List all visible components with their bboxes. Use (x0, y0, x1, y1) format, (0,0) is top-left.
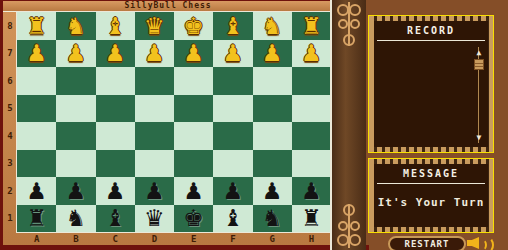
piece-h8-gold-rook[interactable]: ♜ (301, 13, 322, 39)
piece-c2-black-pawn[interactable]: ♟ (105, 178, 126, 204)
square-g3[interactable] (253, 150, 292, 178)
square-h6[interactable] (292, 67, 331, 95)
square-d6[interactable] (135, 67, 174, 95)
square-g8[interactable]: ♞ (253, 12, 292, 40)
square-e1[interactable]: ♚ (174, 205, 213, 233)
square-f8[interactable]: ♝ (213, 12, 252, 40)
message-title: MESSAGE (374, 164, 488, 179)
file-label-b: B (56, 232, 95, 245)
file-label-h: H (292, 232, 331, 245)
square-c7[interactable]: ♟ (96, 40, 135, 68)
square-b3[interactable] (56, 150, 95, 178)
record-title: RECORD (374, 21, 488, 36)
square-c4[interactable] (96, 122, 135, 150)
divider-strip (330, 0, 366, 250)
square-c1[interactable]: ♝ (96, 205, 135, 233)
square-f2[interactable]: ♟ (213, 177, 252, 205)
square-a4[interactable] (17, 122, 56, 150)
piece-g8-gold-knight[interactable]: ♞ (262, 13, 283, 39)
scrollbar-thumb[interactable] (474, 59, 484, 70)
square-c3[interactable] (96, 150, 135, 178)
piece-c8-gold-bishop[interactable]: ♝ (105, 13, 126, 39)
rank-label-3: 3 (3, 150, 17, 178)
piece-b7-gold-pawn[interactable]: ♟ (66, 40, 87, 66)
square-a2[interactable]: ♟ (17, 177, 56, 205)
piece-e1-black-king[interactable]: ♚ (183, 205, 204, 231)
rank-label-8: 8 (3, 12, 17, 40)
chess-board: ♜♞♝♛♚♝♞♜♟♟♟♟♟♟♟♟♟♟♟♟♟♟♟♟♜♞♝♛♚♝♞♜ (17, 12, 331, 232)
rank-label-5: 5 (3, 95, 17, 123)
piece-f1-black-bishop[interactable]: ♝ (223, 205, 244, 231)
square-h8[interactable]: ♜ (292, 12, 331, 40)
piece-d7-gold-pawn[interactable]: ♟ (144, 40, 165, 66)
piece-c1-black-bishop[interactable]: ♝ (105, 205, 126, 231)
piece-f7-gold-pawn[interactable]: ♟ (223, 40, 244, 66)
piece-g2-black-pawn[interactable]: ♟ (262, 178, 283, 204)
square-b6[interactable] (56, 67, 95, 95)
square-a6[interactable] (17, 67, 56, 95)
square-a5[interactable] (17, 95, 56, 123)
piece-d2-black-pawn[interactable]: ♟ (144, 178, 165, 204)
piece-a2-black-pawn[interactable]: ♟ (26, 178, 47, 204)
square-h4[interactable] (292, 122, 331, 150)
square-a3[interactable] (17, 150, 56, 178)
piece-a8-gold-rook[interactable]: ♜ (26, 13, 47, 39)
file-label-f: F (213, 232, 252, 245)
piece-h2-black-pawn[interactable]: ♟ (301, 178, 322, 204)
square-d5[interactable] (135, 95, 174, 123)
scroll-up-icon[interactable]: ▲ (473, 47, 485, 58)
square-h7[interactable]: ♟ (292, 40, 331, 68)
record-panel: RECORD ▲ ▼ (368, 15, 494, 153)
square-c8[interactable]: ♝ (96, 12, 135, 40)
file-label-d: D (135, 232, 174, 245)
rank-label-6: 6 (3, 67, 17, 95)
record-scrollbar[interactable]: ▲ ▼ (473, 47, 485, 143)
square-b7[interactable]: ♟ (56, 40, 95, 68)
square-f5[interactable] (213, 95, 252, 123)
square-c5[interactable] (96, 95, 135, 123)
piece-g1-black-knight[interactable]: ♞ (262, 205, 283, 231)
board-section: SillyBull Chess 87654321 ♜♞♝♛♚♝♞♜♟♟♟♟♟♟♟… (0, 0, 366, 250)
file-label-a: A (17, 232, 56, 245)
square-f4[interactable] (213, 122, 252, 150)
piece-e2-black-pawn[interactable]: ♟ (183, 178, 204, 204)
message-panel: MESSAGE It's Your Turn (368, 158, 494, 233)
piece-d1-black-queen[interactable]: ♛ (144, 205, 165, 231)
piece-a7-gold-pawn[interactable]: ♟ (26, 40, 47, 66)
square-f7[interactable]: ♟ (213, 40, 252, 68)
square-g4[interactable] (253, 122, 292, 150)
square-h3[interactable] (292, 150, 331, 178)
message-title-rule (377, 183, 485, 184)
file-label-g: G (253, 232, 292, 245)
piece-d8-gold-queen[interactable]: ♛ (144, 13, 165, 39)
file-labels: ABCDEFGH (17, 232, 331, 245)
square-f3[interactable] (213, 150, 252, 178)
square-d7[interactable]: ♟ (135, 40, 174, 68)
square-g6[interactable] (253, 67, 292, 95)
piece-e8-gold-king[interactable]: ♚ (183, 13, 204, 39)
board-bottom-border (3, 245, 369, 250)
square-b4[interactable] (56, 122, 95, 150)
square-g7[interactable]: ♟ (253, 40, 292, 68)
piece-b1-black-knight[interactable]: ♞ (66, 205, 87, 231)
piece-g7-gold-pawn[interactable]: ♟ (262, 40, 283, 66)
piece-h1-black-rook[interactable]: ♜ (301, 205, 322, 231)
piece-b8-gold-knight[interactable]: ♞ (66, 13, 87, 39)
square-f1[interactable]: ♝ (213, 205, 252, 233)
square-b8[interactable]: ♞ (56, 12, 95, 40)
sound-wave-icon (481, 237, 494, 250)
turn-status-text: It's Your Turn (374, 196, 488, 209)
rank-labels: 87654321 (3, 12, 17, 232)
square-e2[interactable]: ♟ (174, 177, 213, 205)
file-label-e: E (174, 232, 213, 245)
square-e3[interactable] (174, 150, 213, 178)
piece-b2-black-pawn[interactable]: ♟ (66, 178, 87, 204)
rank-label-7: 7 (3, 40, 17, 68)
square-c6[interactable] (96, 67, 135, 95)
square-g2[interactable]: ♟ (253, 177, 292, 205)
flourish-ornament-top (334, 0, 364, 48)
rank-label-1: 1 (3, 205, 17, 233)
square-g5[interactable] (253, 95, 292, 123)
square-h1[interactable]: ♜ (292, 205, 331, 233)
piece-c7-gold-pawn[interactable]: ♟ (105, 40, 126, 66)
window-title: SillyBull Chess (3, 1, 333, 12)
record-title-rule (377, 40, 485, 41)
square-e8[interactable]: ♚ (174, 12, 213, 40)
scroll-down-icon[interactable]: ▼ (473, 132, 485, 143)
square-a1[interactable]: ♜ (17, 205, 56, 233)
square-d3[interactable] (135, 150, 174, 178)
piece-h7-gold-pawn[interactable]: ♟ (301, 40, 322, 66)
flourish-ornament-bottom (334, 202, 364, 250)
rank-label-4: 4 (3, 122, 17, 150)
square-f6[interactable] (213, 67, 252, 95)
piece-a1-black-rook[interactable]: ♜ (26, 205, 47, 231)
square-d8[interactable]: ♛ (135, 12, 174, 40)
restart-button[interactable]: RESTART (388, 236, 466, 250)
square-b1[interactable]: ♞ (56, 205, 95, 233)
square-a7[interactable]: ♟ (17, 40, 56, 68)
square-d4[interactable] (135, 122, 174, 150)
file-label-c: C (96, 232, 135, 245)
square-h5[interactable] (292, 95, 331, 123)
square-d1[interactable]: ♛ (135, 205, 174, 233)
square-a8[interactable]: ♜ (17, 12, 56, 40)
rank-label-2: 2 (3, 177, 17, 205)
piece-f8-gold-bishop[interactable]: ♝ (223, 13, 244, 39)
speaker-icon[interactable] (467, 236, 497, 250)
square-c2[interactable]: ♟ (96, 177, 135, 205)
square-d2[interactable]: ♟ (135, 177, 174, 205)
square-e4[interactable] (174, 122, 213, 150)
square-e7[interactable]: ♟ (174, 40, 213, 68)
square-e5[interactable] (174, 95, 213, 123)
square-g1[interactable]: ♞ (253, 205, 292, 233)
square-b2[interactable]: ♟ (56, 177, 95, 205)
square-b5[interactable] (56, 95, 95, 123)
square-h2[interactable]: ♟ (292, 177, 331, 205)
square-e6[interactable] (174, 67, 213, 95)
piece-e7-gold-pawn[interactable]: ♟ (183, 40, 204, 66)
piece-f2-black-pawn[interactable]: ♟ (223, 178, 244, 204)
